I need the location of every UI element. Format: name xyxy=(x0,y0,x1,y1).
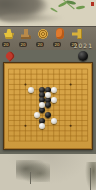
white-stone xyxy=(28,87,34,93)
ink-cloud-art xyxy=(0,12,64,24)
tree-trunk-art xyxy=(90,168,91,190)
red-seal-icon xyxy=(91,2,94,6)
key-icon xyxy=(72,29,82,39)
tree-silhouette-art xyxy=(16,160,50,182)
item-count-badge: 20 xyxy=(2,42,10,47)
gold-ingot-icon xyxy=(4,29,14,39)
boot-icon xyxy=(21,29,31,39)
item-shell[interactable]: 20 xyxy=(36,28,50,48)
header-art xyxy=(0,0,96,26)
white-stone xyxy=(51,118,57,124)
board-zone xyxy=(0,50,96,154)
item-boot[interactable]: 20 xyxy=(19,28,33,48)
tree-trunk-art xyxy=(30,172,31,184)
gomoku-game-screen: 20 20 20 20 20 2021 xyxy=(0,0,96,190)
item-count-badge: 20 xyxy=(53,42,61,47)
item-count-badge: 20 xyxy=(19,42,27,47)
item-doll[interactable]: 20 xyxy=(53,28,67,48)
gomoku-board[interactable] xyxy=(3,62,93,150)
white-stone xyxy=(51,97,57,103)
shell-icon xyxy=(38,29,48,39)
item-gold-ingot[interactable]: 20 xyxy=(2,28,16,48)
white-stone xyxy=(51,87,57,93)
doll-icon xyxy=(56,29,64,39)
flame-icon[interactable] xyxy=(4,50,15,61)
turn-indicator-black-stone xyxy=(78,51,88,61)
item-count-badge: 20 xyxy=(36,42,44,47)
bamboo-leaf-icon xyxy=(50,7,58,13)
footer-art xyxy=(0,154,96,190)
bamboo-leaf-icon xyxy=(76,5,85,10)
white-stone xyxy=(45,92,51,98)
score-counter: 2021 xyxy=(74,42,93,49)
item-bar: 20 20 20 20 20 2021 xyxy=(0,26,96,50)
